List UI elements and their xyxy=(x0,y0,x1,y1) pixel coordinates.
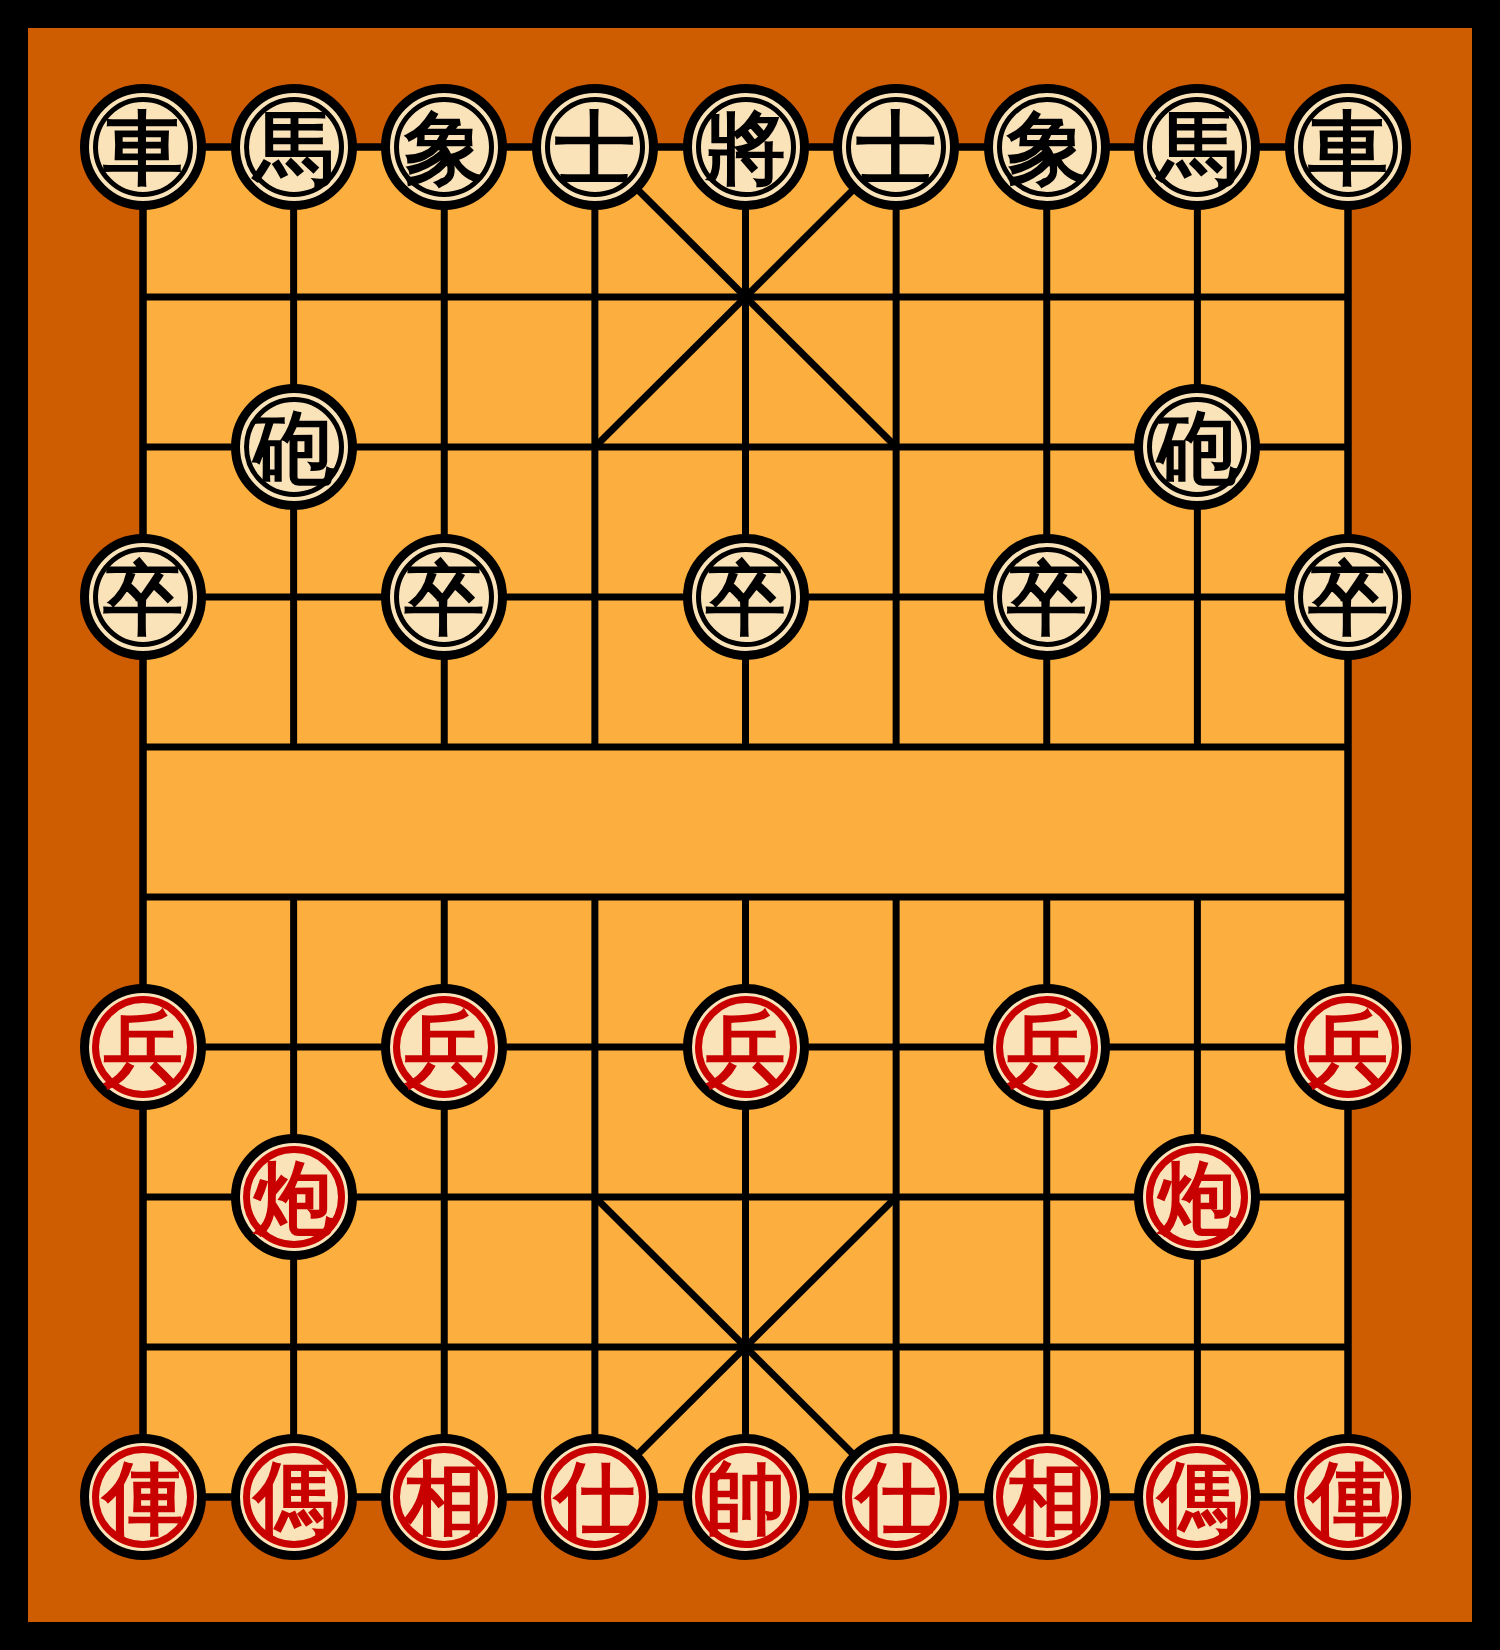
point-a9[interactable] xyxy=(68,222,219,372)
point-g6[interactable] xyxy=(971,672,1122,822)
point-g7[interactable]: 卒 xyxy=(971,522,1122,672)
point-g3[interactable] xyxy=(971,1122,1122,1272)
piece-black-horse[interactable]: 馬 xyxy=(231,84,357,210)
point-h2[interactable] xyxy=(1122,1272,1273,1422)
piece-red-soldier[interactable]: 兵 xyxy=(80,984,206,1110)
point-d5[interactable] xyxy=(520,822,671,972)
point-c9[interactable] xyxy=(369,222,520,372)
piece-red-soldier[interactable]: 兵 xyxy=(984,984,1110,1110)
piece-red-elephant[interactable]: 相 xyxy=(984,1434,1110,1560)
point-c5[interactable] xyxy=(369,822,520,972)
piece-black-elephant[interactable]: 象 xyxy=(381,84,507,210)
piece-glyph: 傌 xyxy=(1157,1458,1237,1538)
piece-glyph: 兵 xyxy=(404,1008,484,1088)
piece-red-soldier[interactable]: 兵 xyxy=(1285,984,1411,1110)
piece-glyph: 仕 xyxy=(856,1458,936,1538)
piece-glyph: 士 xyxy=(856,108,936,188)
point-c1[interactable]: 相 xyxy=(369,1422,520,1572)
piece-glyph: 卒 xyxy=(103,558,183,638)
piece-black-general[interactable]: 將 xyxy=(683,84,809,210)
point-c6[interactable] xyxy=(369,672,520,822)
point-g8[interactable] xyxy=(971,372,1122,522)
piece-red-general[interactable]: 帥 xyxy=(683,1434,809,1560)
point-e5[interactable] xyxy=(670,822,821,972)
point-h10[interactable]: 馬 xyxy=(1122,72,1273,222)
piece-glyph: 兵 xyxy=(706,1008,786,1088)
piece-glyph: 卒 xyxy=(1308,558,1388,638)
point-c2[interactable] xyxy=(369,1272,520,1422)
piece-glyph: 帥 xyxy=(706,1458,786,1538)
piece-glyph: 卒 xyxy=(1007,558,1087,638)
point-b9[interactable] xyxy=(218,222,369,372)
point-h9[interactable] xyxy=(1122,222,1273,372)
point-e3[interactable] xyxy=(670,1122,821,1272)
piece-black-cannon[interactable]: 砲 xyxy=(1134,384,1260,510)
point-f8[interactable] xyxy=(821,372,972,522)
point-f9[interactable] xyxy=(821,222,972,372)
point-a3[interactable] xyxy=(68,1122,219,1272)
point-f6[interactable] xyxy=(821,672,972,822)
point-b6[interactable] xyxy=(218,672,369,822)
point-h8[interactable]: 砲 xyxy=(1122,372,1273,522)
point-g4[interactable]: 兵 xyxy=(971,972,1122,1122)
piece-red-soldier[interactable]: 兵 xyxy=(683,984,809,1110)
point-b4[interactable] xyxy=(218,972,369,1122)
piece-black-chariot[interactable]: 車 xyxy=(80,84,206,210)
piece-red-chariot[interactable]: 俥 xyxy=(80,1434,206,1560)
point-c3[interactable] xyxy=(369,1122,520,1272)
point-d6[interactable] xyxy=(520,672,671,822)
piece-glyph: 車 xyxy=(1308,108,1388,188)
point-d3[interactable] xyxy=(520,1122,671,1272)
point-g9[interactable] xyxy=(971,222,1122,372)
point-e10[interactable]: 將 xyxy=(670,72,821,222)
point-d4[interactable] xyxy=(520,972,671,1122)
point-e6[interactable] xyxy=(670,672,821,822)
point-e9[interactable] xyxy=(670,222,821,372)
point-e2[interactable] xyxy=(670,1272,821,1422)
point-c4[interactable]: 兵 xyxy=(369,972,520,1122)
piece-red-advisor[interactable]: 仕 xyxy=(532,1434,658,1560)
piece-glyph: 卒 xyxy=(706,558,786,638)
piece-glyph: 兵 xyxy=(1308,1008,1388,1088)
point-d9[interactable] xyxy=(520,222,671,372)
piece-glyph: 相 xyxy=(404,1458,484,1538)
point-a10[interactable]: 車 xyxy=(68,72,219,222)
point-h1[interactable]: 傌 xyxy=(1122,1422,1273,1572)
point-b7[interactable] xyxy=(218,522,369,672)
piece-red-cannon[interactable]: 炮 xyxy=(231,1134,357,1260)
piece-glyph: 相 xyxy=(1007,1458,1087,1538)
point-c8[interactable] xyxy=(369,372,520,522)
point-h4[interactable] xyxy=(1122,972,1273,1122)
point-f5[interactable] xyxy=(821,822,972,972)
piece-glyph: 俥 xyxy=(1308,1458,1388,1538)
point-a2[interactable] xyxy=(68,1272,219,1422)
piece-black-chariot[interactable]: 車 xyxy=(1285,84,1411,210)
point-i1[interactable]: 俥 xyxy=(1273,1422,1424,1572)
piece-glyph: 炮 xyxy=(1157,1158,1237,1238)
point-f7[interactable] xyxy=(821,522,972,672)
point-h5[interactable] xyxy=(1122,822,1273,972)
piece-glyph: 俥 xyxy=(103,1458,183,1538)
piece-glyph: 卒 xyxy=(404,558,484,638)
point-i4[interactable]: 兵 xyxy=(1273,972,1424,1122)
xiangqi-board: 車馬象士將士象馬車砲砲卒卒卒卒卒兵兵兵兵兵炮炮俥傌相仕帥仕相傌俥 xyxy=(0,0,1500,1650)
piece-glyph: 炮 xyxy=(254,1158,334,1238)
point-a1[interactable]: 俥 xyxy=(68,1422,219,1572)
point-h7[interactable] xyxy=(1122,522,1273,672)
point-f1[interactable]: 仕 xyxy=(821,1422,972,1572)
point-a4[interactable]: 兵 xyxy=(68,972,219,1122)
piece-glyph: 象 xyxy=(1007,108,1087,188)
point-b3[interactable]: 炮 xyxy=(218,1122,369,1272)
point-d7[interactable] xyxy=(520,522,671,672)
point-d8[interactable] xyxy=(520,372,671,522)
point-b1[interactable]: 傌 xyxy=(218,1422,369,1572)
point-e4[interactable]: 兵 xyxy=(670,972,821,1122)
point-i7[interactable]: 卒 xyxy=(1273,522,1424,672)
piece-black-soldier[interactable]: 卒 xyxy=(1285,534,1411,660)
piece-glyph: 砲 xyxy=(254,408,334,488)
piece-black-horse[interactable]: 馬 xyxy=(1134,84,1260,210)
piece-glyph: 象 xyxy=(404,108,484,188)
piece-red-advisor[interactable]: 仕 xyxy=(833,1434,959,1560)
piece-black-elephant[interactable]: 象 xyxy=(984,84,1110,210)
piece-glyph: 馬 xyxy=(1157,108,1237,188)
piece-red-horse[interactable]: 傌 xyxy=(1134,1434,1260,1560)
point-h3[interactable]: 炮 xyxy=(1122,1122,1273,1272)
piece-black-soldier[interactable]: 卒 xyxy=(984,534,1110,660)
point-f4[interactable] xyxy=(821,972,972,1122)
piece-glyph: 馬 xyxy=(254,108,334,188)
point-g5[interactable] xyxy=(971,822,1122,972)
point-b8[interactable]: 砲 xyxy=(218,372,369,522)
piece-red-elephant[interactable]: 相 xyxy=(381,1434,507,1560)
point-i8[interactable] xyxy=(1273,372,1424,522)
piece-glyph: 士 xyxy=(555,108,635,188)
point-i10[interactable]: 車 xyxy=(1273,72,1424,222)
point-d1[interactable]: 仕 xyxy=(520,1422,671,1572)
point-e1[interactable]: 帥 xyxy=(670,1422,821,1572)
point-e8[interactable] xyxy=(670,372,821,522)
piece-red-chariot[interactable]: 俥 xyxy=(1285,1434,1411,1560)
board-intersections: 車馬象士將士象馬車砲砲卒卒卒卒卒兵兵兵兵兵炮炮俥傌相仕帥仕相傌俥 xyxy=(68,72,1424,1572)
point-i2[interactable] xyxy=(1273,1272,1424,1422)
point-b10[interactable]: 馬 xyxy=(218,72,369,222)
piece-glyph: 仕 xyxy=(555,1458,635,1538)
piece-red-cannon[interactable]: 炮 xyxy=(1134,1134,1260,1260)
point-g2[interactable] xyxy=(971,1272,1122,1422)
point-d10[interactable]: 士 xyxy=(520,72,671,222)
point-c10[interactable]: 象 xyxy=(369,72,520,222)
piece-red-soldier[interactable]: 兵 xyxy=(381,984,507,1110)
point-a7[interactable]: 卒 xyxy=(68,522,219,672)
point-g1[interactable]: 相 xyxy=(971,1422,1122,1572)
point-c7[interactable]: 卒 xyxy=(369,522,520,672)
piece-glyph: 兵 xyxy=(1007,1008,1087,1088)
point-g10[interactable]: 象 xyxy=(971,72,1122,222)
point-a8[interactable] xyxy=(68,372,219,522)
piece-black-soldier[interactable]: 卒 xyxy=(381,534,507,660)
point-f3[interactable] xyxy=(821,1122,972,1272)
point-f10[interactable]: 士 xyxy=(821,72,972,222)
piece-black-advisor[interactable]: 士 xyxy=(833,84,959,210)
point-b2[interactable] xyxy=(218,1272,369,1422)
point-i3[interactable] xyxy=(1273,1122,1424,1272)
piece-glyph: 砲 xyxy=(1157,408,1237,488)
piece-glyph: 傌 xyxy=(254,1458,334,1538)
piece-black-soldier[interactable]: 卒 xyxy=(683,534,809,660)
point-a5[interactable] xyxy=(68,822,219,972)
piece-black-cannon[interactable]: 砲 xyxy=(231,384,357,510)
piece-black-soldier[interactable]: 卒 xyxy=(80,534,206,660)
point-i9[interactable] xyxy=(1273,222,1424,372)
piece-red-horse[interactable]: 傌 xyxy=(231,1434,357,1560)
point-b5[interactable] xyxy=(218,822,369,972)
point-e7[interactable]: 卒 xyxy=(670,522,821,672)
point-f2[interactable] xyxy=(821,1272,972,1422)
piece-glyph: 兵 xyxy=(103,1008,183,1088)
point-i5[interactable] xyxy=(1273,822,1424,972)
piece-glyph: 車 xyxy=(103,108,183,188)
piece-black-advisor[interactable]: 士 xyxy=(532,84,658,210)
piece-glyph: 將 xyxy=(706,108,786,188)
point-h6[interactable] xyxy=(1122,672,1273,822)
point-a6[interactable] xyxy=(68,672,219,822)
point-i6[interactable] xyxy=(1273,672,1424,822)
point-d2[interactable] xyxy=(520,1272,671,1422)
